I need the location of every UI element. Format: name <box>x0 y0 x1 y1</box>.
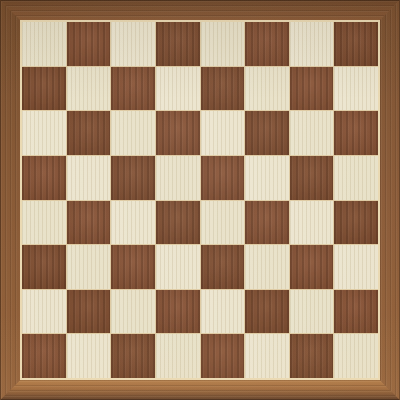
square-c5[interactable] <box>111 156 155 200</box>
square-e2[interactable] <box>201 290 245 334</box>
square-f3[interactable] <box>245 245 289 289</box>
square-f1[interactable] <box>245 334 289 378</box>
square-b3[interactable] <box>67 245 111 289</box>
square-d8[interactable] <box>156 22 200 66</box>
square-b1[interactable] <box>67 334 111 378</box>
square-e3[interactable] <box>201 245 245 289</box>
square-g2[interactable] <box>290 290 334 334</box>
square-b6[interactable] <box>67 111 111 155</box>
square-d6[interactable] <box>156 111 200 155</box>
board-frame-top <box>0 0 400 20</box>
square-b4[interactable] <box>67 201 111 245</box>
square-f8[interactable] <box>245 22 289 66</box>
board-fillet <box>20 20 380 380</box>
square-c1[interactable] <box>111 334 155 378</box>
square-h1[interactable] <box>334 334 378 378</box>
square-g1[interactable] <box>290 334 334 378</box>
square-g3[interactable] <box>290 245 334 289</box>
square-h3[interactable] <box>334 245 378 289</box>
square-h2[interactable] <box>334 290 378 334</box>
square-g6[interactable] <box>290 111 334 155</box>
square-e6[interactable] <box>201 111 245 155</box>
square-d7[interactable] <box>156 67 200 111</box>
square-b7[interactable] <box>67 67 111 111</box>
chess-board <box>22 22 378 378</box>
square-a6[interactable] <box>22 111 66 155</box>
square-g5[interactable] <box>290 156 334 200</box>
board-frame-left <box>0 0 20 400</box>
square-b5[interactable] <box>67 156 111 200</box>
square-a8[interactable] <box>22 22 66 66</box>
square-f2[interactable] <box>245 290 289 334</box>
square-d3[interactable] <box>156 245 200 289</box>
square-f5[interactable] <box>245 156 289 200</box>
square-e4[interactable] <box>201 201 245 245</box>
square-h4[interactable] <box>334 201 378 245</box>
square-e7[interactable] <box>201 67 245 111</box>
board-frame-right <box>380 0 400 400</box>
square-e8[interactable] <box>201 22 245 66</box>
square-f7[interactable] <box>245 67 289 111</box>
square-c4[interactable] <box>111 201 155 245</box>
board-frame-bottom <box>0 380 400 400</box>
square-c3[interactable] <box>111 245 155 289</box>
square-c6[interactable] <box>111 111 155 155</box>
square-g4[interactable] <box>290 201 334 245</box>
square-a7[interactable] <box>22 67 66 111</box>
square-a4[interactable] <box>22 201 66 245</box>
square-e5[interactable] <box>201 156 245 200</box>
square-h8[interactable] <box>334 22 378 66</box>
square-d2[interactable] <box>156 290 200 334</box>
square-c7[interactable] <box>111 67 155 111</box>
square-c2[interactable] <box>111 290 155 334</box>
square-d4[interactable] <box>156 201 200 245</box>
square-d1[interactable] <box>156 334 200 378</box>
chess-board-photo <box>0 0 400 400</box>
square-b8[interactable] <box>67 22 111 66</box>
square-a2[interactable] <box>22 290 66 334</box>
square-c8[interactable] <box>111 22 155 66</box>
square-h6[interactable] <box>334 111 378 155</box>
square-h7[interactable] <box>334 67 378 111</box>
square-a5[interactable] <box>22 156 66 200</box>
square-b2[interactable] <box>67 290 111 334</box>
square-h5[interactable] <box>334 156 378 200</box>
square-e1[interactable] <box>201 334 245 378</box>
square-a3[interactable] <box>22 245 66 289</box>
square-d5[interactable] <box>156 156 200 200</box>
square-g8[interactable] <box>290 22 334 66</box>
square-f6[interactable] <box>245 111 289 155</box>
square-f4[interactable] <box>245 201 289 245</box>
square-g7[interactable] <box>290 67 334 111</box>
square-a1[interactable] <box>22 334 66 378</box>
